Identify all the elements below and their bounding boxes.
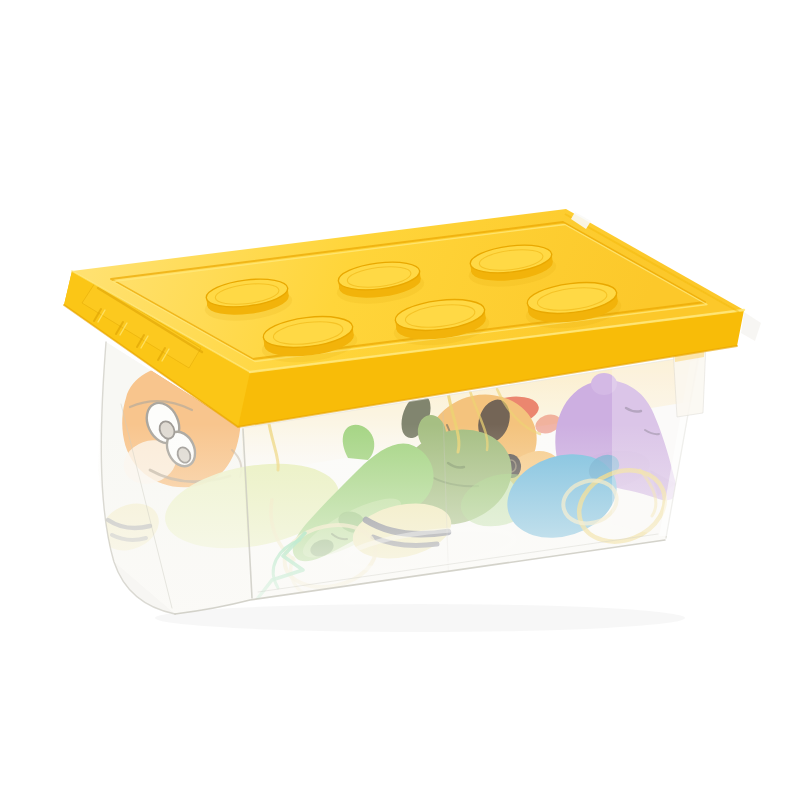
storage-box-illustration: Transparent plastic storage box with yel… xyxy=(0,0,800,800)
product-photo: Transparent plastic storage box with yel… xyxy=(0,0,800,800)
soft-ground-shadow xyxy=(155,604,685,632)
box-back-right-corner xyxy=(741,312,761,341)
